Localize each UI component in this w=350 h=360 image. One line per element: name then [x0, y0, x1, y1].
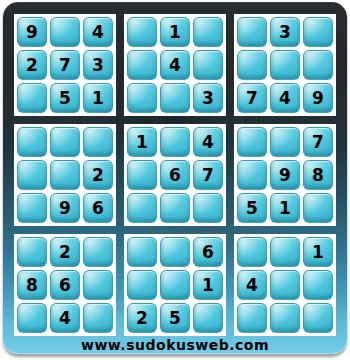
- cell-r6-c7[interactable]: 5: [237, 193, 267, 223]
- cell-r4-c5[interactable]: [160, 127, 190, 157]
- cell-r3-c4[interactable]: [127, 83, 157, 113]
- sudoku-box-r2-c0: 2864: [14, 234, 116, 336]
- cell-r7-c2[interactable]: 2: [50, 237, 80, 267]
- cell-r8-c5[interactable]: [160, 270, 190, 300]
- cell-r5-c4[interactable]: [127, 160, 157, 190]
- cell-r9-c3[interactable]: [83, 303, 113, 333]
- cell-r4-c6[interactable]: 4: [193, 127, 223, 157]
- cell-r8-c9[interactable]: [303, 270, 333, 300]
- cell-r4-c2[interactable]: [50, 127, 80, 157]
- cell-r3-c1[interactable]: [17, 83, 47, 113]
- cell-r3-c8[interactable]: 4: [270, 83, 300, 113]
- sudoku-box-r1-c0: 296: [14, 124, 116, 226]
- sudoku-grid: 942735114337492961467798512864612514: [14, 14, 336, 336]
- cell-r1-c9[interactable]: [303, 17, 333, 47]
- cell-r1-c1[interactable]: 9: [17, 17, 47, 47]
- cell-r8-c7[interactable]: 4: [237, 270, 267, 300]
- cell-r3-c6[interactable]: 3: [193, 83, 223, 113]
- cell-r5-c3[interactable]: 2: [83, 160, 113, 190]
- cell-r3-c2[interactable]: 5: [50, 83, 80, 113]
- cell-r7-c7[interactable]: [237, 237, 267, 267]
- cell-r7-c5[interactable]: [160, 237, 190, 267]
- cell-r8-c4[interactable]: [127, 270, 157, 300]
- sudoku-box-r2-c2: 14: [234, 234, 336, 336]
- cell-r7-c8[interactable]: [270, 237, 300, 267]
- cell-r2-c5[interactable]: 4: [160, 50, 190, 80]
- sudoku-box-r1-c2: 79851: [234, 124, 336, 226]
- cell-r4-c4[interactable]: 1: [127, 127, 157, 157]
- sudoku-box-r0-c2: 3749: [234, 14, 336, 116]
- cell-r9-c5[interactable]: 5: [160, 303, 190, 333]
- cell-r3-c7[interactable]: 7: [237, 83, 267, 113]
- cell-r2-c9[interactable]: [303, 50, 333, 80]
- cell-r8-c2[interactable]: 6: [50, 270, 80, 300]
- cell-r6-c5[interactable]: [160, 193, 190, 223]
- cell-r7-c9[interactable]: 1: [303, 237, 333, 267]
- cell-r5-c8[interactable]: 9: [270, 160, 300, 190]
- cell-r6-c2[interactable]: 9: [50, 193, 80, 223]
- cell-r1-c5[interactable]: 1: [160, 17, 190, 47]
- cell-r8-c1[interactable]: 8: [17, 270, 47, 300]
- cell-r9-c4[interactable]: 2: [127, 303, 157, 333]
- cell-r1-c2[interactable]: [50, 17, 80, 47]
- cell-r9-c8[interactable]: [270, 303, 300, 333]
- cell-r4-c8[interactable]: [270, 127, 300, 157]
- cell-r2-c7[interactable]: [237, 50, 267, 80]
- sudoku-box-r1-c1: 1467: [124, 124, 226, 226]
- cell-r7-c3[interactable]: [83, 237, 113, 267]
- cell-r4-c7[interactable]: [237, 127, 267, 157]
- cell-r2-c8[interactable]: [270, 50, 300, 80]
- cell-r5-c6[interactable]: 7: [193, 160, 223, 190]
- cell-r2-c1[interactable]: 2: [17, 50, 47, 80]
- cell-r8-c3[interactable]: [83, 270, 113, 300]
- cell-r2-c4[interactable]: [127, 50, 157, 80]
- cell-r6-c6[interactable]: [193, 193, 223, 223]
- cell-r5-c7[interactable]: [237, 160, 267, 190]
- cell-r2-c2[interactable]: 7: [50, 50, 80, 80]
- cell-r7-c4[interactable]: [127, 237, 157, 267]
- footer-bar: www.sudokusweb.com: [14, 336, 336, 354]
- cell-r5-c9[interactable]: 8: [303, 160, 333, 190]
- cell-r1-c6[interactable]: [193, 17, 223, 47]
- sudoku-box-r0-c1: 143: [124, 14, 226, 116]
- cell-r2-c3[interactable]: 3: [83, 50, 113, 80]
- cell-r6-c3[interactable]: 6: [83, 193, 113, 223]
- cell-r6-c4[interactable]: [127, 193, 157, 223]
- cell-r3-c3[interactable]: 1: [83, 83, 113, 113]
- cell-r8-c6[interactable]: 1: [193, 270, 223, 300]
- cell-r1-c4[interactable]: [127, 17, 157, 47]
- cell-r9-c7[interactable]: [237, 303, 267, 333]
- cell-r8-c8[interactable]: [270, 270, 300, 300]
- cell-r5-c5[interactable]: 6: [160, 160, 190, 190]
- cell-r1-c7[interactable]: [237, 17, 267, 47]
- sudoku-box-r0-c0: 9427351: [14, 14, 116, 116]
- cell-r9-c2[interactable]: 4: [50, 303, 80, 333]
- cell-r6-c9[interactable]: [303, 193, 333, 223]
- cell-r6-c1[interactable]: [17, 193, 47, 223]
- cell-r9-c1[interactable]: [17, 303, 47, 333]
- cell-r5-c2[interactable]: [50, 160, 80, 190]
- cell-r3-c5[interactable]: [160, 83, 190, 113]
- sudoku-board: 942735114337492961467798512864612514 www…: [3, 2, 347, 354]
- site-url-link[interactable]: www.sudokusweb.com: [81, 337, 269, 353]
- sudoku-box-r2-c1: 6125: [124, 234, 226, 336]
- cell-r4-c3[interactable]: [83, 127, 113, 157]
- cell-r4-c1[interactable]: [17, 127, 47, 157]
- cell-r1-c3[interactable]: 4: [83, 17, 113, 47]
- cell-r6-c8[interactable]: 1: [270, 193, 300, 223]
- cell-r3-c9[interactable]: 9: [303, 83, 333, 113]
- cell-r9-c6[interactable]: [193, 303, 223, 333]
- cell-r7-c6[interactable]: 6: [193, 237, 223, 267]
- cell-r9-c9[interactable]: [303, 303, 333, 333]
- cell-r2-c6[interactable]: [193, 50, 223, 80]
- cell-r1-c8[interactable]: 3: [270, 17, 300, 47]
- cell-r4-c9[interactable]: 7: [303, 127, 333, 157]
- cell-r7-c1[interactable]: [17, 237, 47, 267]
- cell-r5-c1[interactable]: [17, 160, 47, 190]
